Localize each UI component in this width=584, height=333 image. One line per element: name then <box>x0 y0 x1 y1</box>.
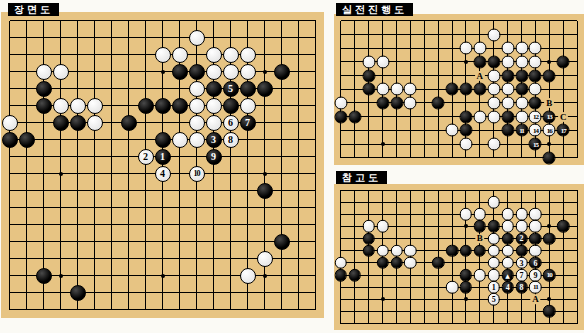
intersection-progression-10-1[interactable] <box>473 28 487 42</box>
intersection-scene-3-11[interactable] <box>52 199 69 216</box>
intersection-progression-3-5[interactable] <box>376 82 390 96</box>
scene-board[interactable]: 56738219410 <box>1 12 324 318</box>
intersection-progression-11-2[interactable] <box>487 41 501 55</box>
intersection-scene-13-4[interactable]: 5 <box>222 80 239 97</box>
intersection-reference-3-0[interactable] <box>376 184 390 196</box>
intersection-reference-9-8[interactable] <box>459 281 473 293</box>
intersection-scene-8-5[interactable] <box>137 97 154 114</box>
intersection-scene-11-1[interactable] <box>188 29 205 46</box>
intersection-scene-17-5[interactable] <box>290 97 307 114</box>
intersection-reference-15-0[interactable] <box>542 184 556 196</box>
intersection-scene-18-12[interactable] <box>307 216 324 233</box>
intersection-scene-15-11[interactable] <box>256 199 273 216</box>
intersection-reference-6-9[interactable] <box>417 293 431 305</box>
intersection-progression-9-8[interactable] <box>459 124 473 138</box>
intersection-reference-13-0[interactable] <box>515 184 529 196</box>
intersection-scene-4-10[interactable] <box>69 182 86 199</box>
intersection-scene-8-17[interactable] <box>137 301 154 318</box>
intersection-scene-5-14[interactable] <box>86 250 103 267</box>
intersection-scene-7-16[interactable] <box>120 284 137 301</box>
intersection-scene-0-6[interactable] <box>1 114 18 131</box>
intersection-reference-17-10[interactable] <box>570 305 584 317</box>
intersection-progression-0-4[interactable] <box>334 69 348 83</box>
intersection-progression-15-0[interactable] <box>542 14 556 28</box>
intersection-reference-3-6[interactable] <box>376 257 390 269</box>
intersection-progression-7-0[interactable] <box>431 14 445 28</box>
intersection-scene-8-16[interactable] <box>137 284 154 301</box>
intersection-scene-1-12[interactable] <box>18 216 35 233</box>
intersection-progression-8-1[interactable] <box>445 28 459 42</box>
intersection-scene-3-6[interactable] <box>52 114 69 131</box>
intersection-progression-14-1[interactable] <box>528 28 542 42</box>
intersection-scene-17-1[interactable] <box>290 29 307 46</box>
intersection-scene-4-17[interactable] <box>69 301 86 318</box>
intersection-reference-0-11[interactable] <box>334 318 348 330</box>
intersection-scene-0-12[interactable] <box>1 216 18 233</box>
intersection-reference-11-8[interactable]: 1 <box>487 281 501 293</box>
intersection-reference-10-2[interactable] <box>473 208 487 220</box>
intersection-scene-11-5[interactable] <box>188 97 205 114</box>
intersection-reference-2-10[interactable] <box>362 305 376 317</box>
intersection-scene-4-12[interactable] <box>69 216 86 233</box>
intersection-reference-5-9[interactable] <box>403 293 417 305</box>
intersection-scene-2-1[interactable] <box>35 29 52 46</box>
intersection-reference-16-5[interactable] <box>556 245 570 257</box>
intersection-scene-0-4[interactable] <box>1 80 18 97</box>
intersection-scene-6-8[interactable] <box>103 148 120 165</box>
intersection-scene-8-6[interactable] <box>137 114 154 131</box>
intersection-progression-13-1[interactable] <box>515 28 529 42</box>
intersection-reference-3-11[interactable] <box>376 318 390 330</box>
intersection-scene-16-15[interactable] <box>273 267 290 284</box>
intersection-scene-6-17[interactable] <box>103 301 120 318</box>
intersection-reference-2-8[interactable] <box>362 281 376 293</box>
intersection-progression-15-10[interactable] <box>542 151 556 165</box>
intersection-scene-18-5[interactable] <box>307 97 324 114</box>
intersection-reference-11-7[interactable] <box>487 269 501 281</box>
intersection-scene-18-14[interactable] <box>307 250 324 267</box>
intersection-reference-7-1[interactable] <box>431 196 445 208</box>
intersection-progression-0-1[interactable] <box>334 28 348 42</box>
intersection-reference-3-4[interactable] <box>376 233 390 245</box>
intersection-progression-11-3[interactable] <box>487 55 501 69</box>
intersection-progression-16-8[interactable]: 17 <box>556 124 570 138</box>
intersection-progression-1-10[interactable] <box>348 151 362 165</box>
intersection-progression-13-8[interactable]: 11 <box>515 124 529 138</box>
intersection-progression-9-6[interactable] <box>459 96 473 110</box>
intersection-progression-3-0[interactable] <box>376 14 390 28</box>
intersection-reference-1-3[interactable] <box>348 220 362 232</box>
intersection-scene-13-14[interactable] <box>222 250 239 267</box>
intersection-reference-6-10[interactable] <box>417 305 431 317</box>
intersection-reference-9-5[interactable] <box>459 245 473 257</box>
intersection-scene-11-3[interactable] <box>188 63 205 80</box>
intersection-scene-6-2[interactable] <box>103 46 120 63</box>
intersection-reference-4-8[interactable] <box>390 281 404 293</box>
intersection-scene-3-9[interactable] <box>52 165 69 182</box>
intersection-progression-15-1[interactable] <box>542 28 556 42</box>
intersection-reference-5-2[interactable] <box>403 208 417 220</box>
intersection-progression-8-10[interactable] <box>445 151 459 165</box>
intersection-progression-5-4[interactable] <box>403 69 417 83</box>
intersection-scene-13-16[interactable] <box>222 284 239 301</box>
intersection-reference-9-10[interactable] <box>459 305 473 317</box>
intersection-scene-4-16[interactable] <box>69 284 86 301</box>
intersection-scene-10-11[interactable] <box>171 199 188 216</box>
intersection-scene-14-15[interactable] <box>239 267 256 284</box>
intersection-reference-10-3[interactable] <box>473 220 487 232</box>
intersection-reference-17-1[interactable] <box>570 196 584 208</box>
intersection-reference-5-0[interactable] <box>403 184 417 196</box>
intersection-progression-16-0[interactable] <box>556 14 570 28</box>
intersection-scene-2-4[interactable] <box>35 80 52 97</box>
intersection-progression-5-2[interactable] <box>403 41 417 55</box>
intersection-progression-7-8[interactable] <box>431 124 445 138</box>
intersection-reference-4-4[interactable] <box>390 233 404 245</box>
intersection-progression-10-5[interactable] <box>473 82 487 96</box>
intersection-scene-0-15[interactable] <box>1 267 18 284</box>
intersection-progression-3-6[interactable] <box>376 96 390 110</box>
intersection-progression-11-9[interactable] <box>487 137 501 151</box>
intersection-scene-0-13[interactable] <box>1 233 18 250</box>
intersection-progression-6-10[interactable] <box>417 151 431 165</box>
intersection-progression-14-2[interactable] <box>528 41 542 55</box>
intersection-reference-4-3[interactable] <box>390 220 404 232</box>
intersection-scene-12-17[interactable] <box>205 301 222 318</box>
intersection-progression-12-10[interactable] <box>501 151 515 165</box>
progression-board[interactable]: AB1213C1114161715 <box>334 14 584 165</box>
intersection-reference-17-7[interactable] <box>570 269 584 281</box>
intersection-scene-1-16[interactable] <box>18 284 35 301</box>
intersection-scene-3-12[interactable] <box>52 216 69 233</box>
intersection-reference-5-1[interactable] <box>403 196 417 208</box>
intersection-reference-4-5[interactable] <box>390 245 404 257</box>
intersection-scene-10-9[interactable] <box>171 165 188 182</box>
intersection-scene-13-12[interactable] <box>222 216 239 233</box>
intersection-progression-4-10[interactable] <box>390 151 404 165</box>
intersection-scene-14-16[interactable] <box>239 284 256 301</box>
intersection-progression-2-5[interactable] <box>362 82 376 96</box>
intersection-reference-0-1[interactable] <box>334 196 348 208</box>
intersection-scene-10-13[interactable] <box>171 233 188 250</box>
intersection-scene-6-13[interactable] <box>103 233 120 250</box>
intersection-scene-4-4[interactable] <box>69 80 86 97</box>
intersection-scene-11-11[interactable] <box>188 199 205 216</box>
intersection-scene-16-17[interactable] <box>273 301 290 318</box>
intersection-progression-5-7[interactable] <box>403 110 417 124</box>
intersection-progression-13-7[interactable] <box>515 110 529 124</box>
intersection-progression-14-10[interactable] <box>528 151 542 165</box>
intersection-scene-16-7[interactable] <box>273 131 290 148</box>
intersection-scene-17-3[interactable] <box>290 63 307 80</box>
intersection-scene-15-15[interactable] <box>256 267 273 284</box>
intersection-scene-3-14[interactable] <box>52 250 69 267</box>
intersection-progression-0-5[interactable] <box>334 82 348 96</box>
intersection-progression-8-5[interactable] <box>445 82 459 96</box>
intersection-reference-1-1[interactable] <box>348 196 362 208</box>
intersection-scene-4-14[interactable] <box>69 250 86 267</box>
intersection-scene-5-17[interactable] <box>86 301 103 318</box>
intersection-progression-15-9[interactable] <box>542 137 556 151</box>
intersection-reference-7-9[interactable] <box>431 293 445 305</box>
intersection-scene-6-14[interactable] <box>103 250 120 267</box>
intersection-reference-13-1[interactable] <box>515 196 529 208</box>
intersection-scene-5-15[interactable] <box>86 267 103 284</box>
intersection-progression-0-7[interactable] <box>334 110 348 124</box>
intersection-scene-13-0[interactable] <box>222 12 239 29</box>
intersection-reference-3-10[interactable] <box>376 305 390 317</box>
intersection-reference-8-9[interactable] <box>445 293 459 305</box>
intersection-scene-13-10[interactable] <box>222 182 239 199</box>
intersection-reference-7-4[interactable] <box>431 233 445 245</box>
intersection-progression-1-9[interactable] <box>348 137 362 151</box>
intersection-progression-4-5[interactable] <box>390 82 404 96</box>
intersection-scene-7-6[interactable] <box>120 114 137 131</box>
intersection-scene-10-10[interactable] <box>171 182 188 199</box>
intersection-reference-17-5[interactable] <box>570 245 584 257</box>
intersection-scene-17-11[interactable] <box>290 199 307 216</box>
intersection-progression-15-3[interactable] <box>542 55 556 69</box>
intersection-scene-5-8[interactable] <box>86 148 103 165</box>
intersection-reference-10-5[interactable] <box>473 245 487 257</box>
intersection-progression-10-4[interactable]: A <box>473 69 487 83</box>
intersection-scene-10-3[interactable] <box>171 63 188 80</box>
intersection-progression-12-3[interactable] <box>501 55 515 69</box>
intersection-progression-1-3[interactable] <box>348 55 362 69</box>
intersection-progression-12-1[interactable] <box>501 28 515 42</box>
intersection-reference-14-5[interactable] <box>528 245 542 257</box>
intersection-scene-8-8[interactable]: 2 <box>137 148 154 165</box>
intersection-reference-14-1[interactable] <box>528 196 542 208</box>
intersection-progression-3-4[interactable] <box>376 69 390 83</box>
intersection-progression-7-4[interactable] <box>431 69 445 83</box>
intersection-progression-11-5[interactable] <box>487 82 501 96</box>
intersection-progression-15-7[interactable]: 13 <box>542 110 556 124</box>
intersection-scene-0-16[interactable] <box>1 284 18 301</box>
intersection-progression-13-10[interactable] <box>515 151 529 165</box>
intersection-scene-13-8[interactable] <box>222 148 239 165</box>
intersection-progression-10-8[interactable] <box>473 124 487 138</box>
intersection-progression-13-9[interactable] <box>515 137 529 151</box>
intersection-reference-13-8[interactable]: 8 <box>515 281 529 293</box>
intersection-scene-12-10[interactable] <box>205 182 222 199</box>
intersection-progression-13-4[interactable] <box>515 69 529 83</box>
intersection-reference-13-3[interactable] <box>515 220 529 232</box>
intersection-scene-7-12[interactable] <box>120 216 137 233</box>
intersection-scene-9-11[interactable] <box>154 199 171 216</box>
intersection-scene-9-15[interactable] <box>154 267 171 284</box>
intersection-scene-5-12[interactable] <box>86 216 103 233</box>
intersection-scene-14-12[interactable] <box>239 216 256 233</box>
intersection-scene-8-10[interactable] <box>137 182 154 199</box>
intersection-progression-9-7[interactable] <box>459 110 473 124</box>
intersection-progression-12-4[interactable] <box>501 69 515 83</box>
intersection-scene-0-5[interactable] <box>1 97 18 114</box>
intersection-scene-10-2[interactable] <box>171 46 188 63</box>
intersection-reference-10-7[interactable] <box>473 269 487 281</box>
intersection-progression-9-5[interactable] <box>459 82 473 96</box>
intersection-scene-5-1[interactable] <box>86 29 103 46</box>
intersection-reference-7-3[interactable] <box>431 220 445 232</box>
intersection-progression-11-4[interactable] <box>487 69 501 83</box>
intersection-progression-0-10[interactable] <box>334 151 348 165</box>
intersection-progression-17-4[interactable] <box>570 69 584 83</box>
intersection-scene-3-5[interactable] <box>52 97 69 114</box>
intersection-scene-14-1[interactable] <box>239 29 256 46</box>
intersection-progression-7-7[interactable] <box>431 110 445 124</box>
intersection-reference-10-11[interactable] <box>473 318 487 330</box>
intersection-scene-7-7[interactable] <box>120 131 137 148</box>
intersection-scene-6-12[interactable] <box>103 216 120 233</box>
intersection-scene-18-9[interactable] <box>307 165 324 182</box>
intersection-scene-14-0[interactable] <box>239 12 256 29</box>
intersection-reference-4-7[interactable] <box>390 269 404 281</box>
intersection-progression-17-6[interactable] <box>570 96 584 110</box>
intersection-reference-1-9[interactable] <box>348 293 362 305</box>
intersection-scene-14-5[interactable] <box>239 97 256 114</box>
intersection-scene-7-11[interactable] <box>120 199 137 216</box>
intersection-reference-12-2[interactable] <box>501 208 515 220</box>
intersection-scene-2-13[interactable] <box>35 233 52 250</box>
intersection-progression-2-1[interactable] <box>362 28 376 42</box>
intersection-progression-5-5[interactable] <box>403 82 417 96</box>
intersection-reference-2-3[interactable] <box>362 220 376 232</box>
intersection-scene-7-9[interactable] <box>120 165 137 182</box>
intersection-reference-5-7[interactable] <box>403 269 417 281</box>
intersection-reference-17-4[interactable] <box>570 233 584 245</box>
intersection-scene-7-15[interactable] <box>120 267 137 284</box>
intersection-progression-9-4[interactable] <box>459 69 473 83</box>
intersection-scene-9-8[interactable]: 1 <box>154 148 171 165</box>
intersection-scene-14-2[interactable] <box>239 46 256 63</box>
intersection-reference-17-0[interactable] <box>570 184 584 196</box>
intersection-reference-12-7[interactable]: ▲ <box>501 269 515 281</box>
intersection-scene-18-15[interactable] <box>307 267 324 284</box>
intersection-progression-4-0[interactable] <box>390 14 404 28</box>
intersection-progression-1-8[interactable] <box>348 124 362 138</box>
intersection-progression-0-8[interactable] <box>334 124 348 138</box>
intersection-progression-0-6[interactable] <box>334 96 348 110</box>
intersection-progression-12-2[interactable] <box>501 41 515 55</box>
intersection-progression-4-1[interactable] <box>390 28 404 42</box>
intersection-scene-4-9[interactable] <box>69 165 86 182</box>
intersection-scene-17-4[interactable] <box>290 80 307 97</box>
intersection-progression-2-7[interactable] <box>362 110 376 124</box>
intersection-scene-15-17[interactable] <box>256 301 273 318</box>
intersection-progression-3-1[interactable] <box>376 28 390 42</box>
intersection-scene-3-2[interactable] <box>52 46 69 63</box>
intersection-reference-7-2[interactable] <box>431 208 445 220</box>
intersection-scene-17-2[interactable] <box>290 46 307 63</box>
intersection-scene-1-3[interactable] <box>18 63 35 80</box>
intersection-scene-17-15[interactable] <box>290 267 307 284</box>
intersection-scene-2-7[interactable] <box>35 131 52 148</box>
intersection-scene-15-3[interactable] <box>256 63 273 80</box>
intersection-scene-11-8[interactable] <box>188 148 205 165</box>
intersection-scene-10-5[interactable] <box>171 97 188 114</box>
intersection-scene-12-8[interactable]: 9 <box>205 148 222 165</box>
intersection-progression-17-8[interactable] <box>570 124 584 138</box>
intersection-reference-16-1[interactable] <box>556 196 570 208</box>
intersection-scene-9-1[interactable] <box>154 29 171 46</box>
intersection-reference-4-10[interactable] <box>390 305 404 317</box>
intersection-reference-0-7[interactable] <box>334 269 348 281</box>
intersection-scene-13-6[interactable]: 6 <box>222 114 239 131</box>
intersection-reference-15-6[interactable] <box>542 257 556 269</box>
intersection-scene-12-9[interactable] <box>205 165 222 182</box>
intersection-progression-3-7[interactable] <box>376 110 390 124</box>
intersection-scene-18-1[interactable] <box>307 29 324 46</box>
intersection-progression-0-3[interactable] <box>334 55 348 69</box>
intersection-reference-1-6[interactable] <box>348 257 362 269</box>
intersection-reference-0-10[interactable] <box>334 305 348 317</box>
intersection-scene-13-13[interactable] <box>222 233 239 250</box>
intersection-scene-6-7[interactable] <box>103 131 120 148</box>
intersection-scene-6-11[interactable] <box>103 199 120 216</box>
intersection-scene-1-13[interactable] <box>18 233 35 250</box>
intersection-scene-0-7[interactable] <box>1 131 18 148</box>
intersection-reference-13-11[interactable] <box>515 318 529 330</box>
intersection-progression-13-2[interactable] <box>515 41 529 55</box>
intersection-reference-14-4[interactable] <box>528 233 542 245</box>
intersection-scene-16-11[interactable] <box>273 199 290 216</box>
intersection-reference-9-7[interactable] <box>459 269 473 281</box>
intersection-scene-17-6[interactable] <box>290 114 307 131</box>
intersection-reference-2-5[interactable] <box>362 245 376 257</box>
intersection-scene-6-15[interactable] <box>103 267 120 284</box>
intersection-scene-16-0[interactable] <box>273 12 290 29</box>
intersection-reference-3-5[interactable] <box>376 245 390 257</box>
intersection-progression-12-7[interactable] <box>501 110 515 124</box>
intersection-reference-14-0[interactable] <box>528 184 542 196</box>
intersection-scene-9-7[interactable] <box>154 131 171 148</box>
intersection-scene-14-4[interactable] <box>239 80 256 97</box>
intersection-scene-16-1[interactable] <box>273 29 290 46</box>
intersection-reference-6-0[interactable] <box>417 184 431 196</box>
intersection-scene-5-10[interactable] <box>86 182 103 199</box>
intersection-reference-16-0[interactable] <box>556 184 570 196</box>
intersection-scene-4-0[interactable] <box>69 12 86 29</box>
intersection-reference-3-3[interactable] <box>376 220 390 232</box>
intersection-reference-1-8[interactable] <box>348 281 362 293</box>
intersection-reference-6-6[interactable] <box>417 257 431 269</box>
intersection-scene-9-5[interactable] <box>154 97 171 114</box>
intersection-scene-11-10[interactable] <box>188 182 205 199</box>
intersection-scene-18-13[interactable] <box>307 233 324 250</box>
intersection-progression-14-5[interactable] <box>528 82 542 96</box>
intersection-reference-4-1[interactable] <box>390 196 404 208</box>
intersection-reference-15-2[interactable] <box>542 208 556 220</box>
intersection-progression-6-6[interactable] <box>417 96 431 110</box>
intersection-scene-5-3[interactable] <box>86 63 103 80</box>
intersection-progression-16-7[interactable]: C <box>556 110 570 124</box>
intersection-progression-8-2[interactable] <box>445 41 459 55</box>
intersection-reference-11-10[interactable] <box>487 305 501 317</box>
intersection-scene-4-11[interactable] <box>69 199 86 216</box>
intersection-scene-9-12[interactable] <box>154 216 171 233</box>
intersection-progression-1-6[interactable] <box>348 96 362 110</box>
intersection-scene-16-6[interactable] <box>273 114 290 131</box>
intersection-scene-17-8[interactable] <box>290 148 307 165</box>
intersection-reference-12-8[interactable]: 4 <box>501 281 515 293</box>
intersection-scene-14-6[interactable]: 7 <box>239 114 256 131</box>
intersection-scene-5-2[interactable] <box>86 46 103 63</box>
intersection-progression-12-8[interactable] <box>501 124 515 138</box>
intersection-scene-15-8[interactable] <box>256 148 273 165</box>
intersection-scene-10-4[interactable] <box>171 80 188 97</box>
intersection-progression-12-5[interactable] <box>501 82 515 96</box>
intersection-scene-12-3[interactable] <box>205 63 222 80</box>
